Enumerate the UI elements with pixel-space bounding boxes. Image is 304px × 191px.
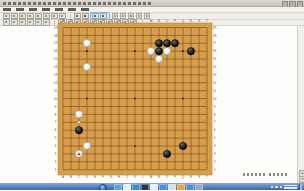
taskbar-app-icon-0[interactable] [114, 184, 122, 190]
black-stone-Q4 [179, 142, 186, 149]
coordinate-label: D [86, 19, 89, 23]
tray-icon-2[interactable] [271, 186, 274, 189]
coordinate-label: N [158, 19, 161, 23]
star-point [182, 50, 184, 52]
star-point [134, 98, 136, 100]
coordinate-label: 6 [214, 128, 216, 132]
coordinate-label: L [142, 19, 144, 23]
coordinate-label: 17 [213, 41, 217, 45]
black-stone-C6 [75, 127, 82, 134]
coordinate-label: 12 [54, 81, 58, 85]
white-stone-D4 [83, 142, 90, 149]
coordinate-label: E [94, 19, 96, 23]
star-point [182, 98, 184, 100]
coordinate-label: H [118, 19, 121, 23]
coordinate-label: 19 [213, 26, 217, 30]
taskbar-app-icon-4[interactable] [150, 184, 158, 190]
coordinate-label: 7 [214, 120, 216, 124]
menu-item-6[interactable] [81, 8, 89, 11]
coordinate-label: G [110, 175, 113, 179]
coordinate-label: 13 [213, 73, 217, 77]
coordinate-label: M [150, 175, 153, 179]
white-stone-M16 [147, 48, 154, 55]
menu-item-1[interactable] [16, 8, 24, 11]
status-text-left [243, 173, 265, 176]
star-point [86, 50, 88, 52]
coordinate-label: T [206, 19, 208, 23]
coordinate-label: 9 [214, 105, 216, 109]
coordinate-label: B [70, 19, 72, 23]
menu-item-4[interactable] [55, 8, 63, 11]
coordinate-label: E [94, 175, 96, 179]
coordinate-label: O [166, 175, 169, 179]
coordinate-label: J [126, 175, 128, 179]
scroll-down-icon[interactable]: ▼ [299, 176, 304, 183]
coordinate-label: S [198, 175, 200, 179]
black-stone-P17 [171, 40, 178, 47]
coordinate-label: D [86, 175, 89, 179]
black-stone-N16 [155, 48, 162, 55]
black-stone-O17 [163, 40, 170, 47]
star-point [134, 50, 136, 52]
coordinate-label: O [166, 19, 169, 23]
coordinate-label: 7 [55, 120, 57, 124]
coordinate-label: 2 [55, 160, 57, 164]
coordinate-label: 8 [55, 113, 57, 117]
coordinate-label: J [126, 19, 128, 23]
toolbar2-icon-2[interactable] [19, 19, 26, 26]
coordinate-label: Q [182, 19, 185, 23]
menu-item-5[interactable] [68, 8, 76, 11]
toolbar-separator [70, 14, 71, 19]
coordinate-label: Q [182, 175, 185, 179]
side-panel-scrollbar[interactable]: ▲ ▼ [297, 26, 304, 183]
coordinate-label: 2 [214, 160, 216, 164]
go-board[interactable]: AA1919BB1818CC1717DD1616EE1515FF1414GG13… [53, 19, 217, 179]
black-stone-O3 [163, 150, 170, 157]
coordinate-label: 18 [213, 34, 217, 38]
coordinate-label: 14 [213, 65, 217, 69]
white-stone-N15 [155, 55, 162, 62]
coordinate-label: 4 [55, 144, 57, 148]
status-text-right [269, 173, 289, 176]
coordinate-label: A [62, 175, 65, 179]
show-desktop-button[interactable] [299, 184, 302, 190]
title-bar [0, 0, 304, 7]
coordinate-label: P [174, 19, 176, 23]
taskbar-app-icon-7[interactable] [177, 184, 185, 190]
coordinate-label: G [110, 19, 113, 23]
coordinate-label: 1 [55, 168, 57, 172]
coordinate-label: A [62, 19, 65, 23]
coordinate-label: 12 [213, 81, 217, 85]
taskbar-app-icon-6[interactable] [168, 184, 176, 190]
taskbar-app-icon-1[interactable] [123, 184, 131, 190]
coordinate-label: N [158, 175, 161, 179]
toolbar2-icon-0[interactable] [3, 19, 10, 26]
coordinate-label: 15 [54, 57, 58, 61]
star-point [86, 98, 88, 100]
coordinate-label: 15 [213, 57, 217, 61]
coordinate-label: P [174, 175, 176, 179]
star-point [134, 145, 136, 147]
coordinate-label: K [134, 175, 137, 179]
menu-item-0[interactable] [3, 8, 11, 11]
coordinate-label: 10 [54, 97, 58, 101]
coordinate-label: F [102, 19, 104, 23]
taskbar-app-icon-9[interactable] [195, 184, 203, 190]
taskbar [0, 183, 304, 190]
annotation-dot-marker [78, 121, 81, 124]
tray-icon-0[interactable] [280, 186, 283, 189]
coordinate-label: S [198, 19, 200, 23]
toolbar2-icon-3[interactable] [27, 19, 34, 26]
coordinate-label: C [78, 175, 81, 179]
window-title-text [3, 2, 153, 5]
coordinate-label: 16 [54, 49, 58, 53]
taskbar-clock[interactable] [284, 185, 297, 189]
black-stone-N17 [155, 40, 162, 47]
coordinate-label: 13 [54, 73, 58, 77]
toolbar2-icon-5[interactable] [43, 19, 50, 26]
white-stone-O16 [163, 48, 170, 55]
coordinate-label: 3 [214, 152, 216, 156]
taskbar-app-icon-8[interactable] [186, 184, 194, 190]
coordinate-label: C [78, 19, 81, 23]
coordinate-label: R [190, 175, 193, 179]
black-stone-R16 [187, 48, 194, 55]
coordinate-label: 5 [55, 136, 57, 140]
toolbar2-icon-4[interactable] [35, 19, 42, 26]
coordinate-label: 1 [214, 168, 216, 172]
coordinate-label: 14 [54, 65, 58, 69]
coordinate-label: B [70, 175, 72, 179]
taskbar-app-icon-3[interactable] [141, 184, 149, 190]
coordinate-label: 3 [55, 152, 57, 156]
coordinate-label: 9 [55, 105, 57, 109]
board-canvas: AA1919BB1818CC1717DD1616EE1515FF1414GG13… [0, 26, 304, 183]
coordinate-label: 11 [213, 89, 217, 93]
coordinate-label: L [142, 175, 144, 179]
coordinate-label: 19 [54, 26, 58, 30]
start-button[interactable] [99, 184, 107, 191]
coordinate-label: 16 [213, 49, 217, 53]
coordinate-label: T [206, 175, 208, 179]
coordinate-label: 17 [54, 41, 58, 45]
tray-icon-1[interactable] [275, 186, 278, 189]
menu-item-2[interactable] [29, 8, 37, 11]
taskbar-app-icon-2[interactable] [132, 184, 140, 190]
white-stone-D14 [83, 63, 90, 70]
coordinate-label: 11 [54, 89, 58, 93]
coordinate-label: R [190, 19, 193, 23]
coordinate-label: 10 [213, 97, 217, 101]
coordinate-label: 4 [214, 144, 216, 148]
coordinate-label: 6 [55, 128, 57, 132]
white-stone-D17 [83, 40, 90, 47]
toolbar2-icon-1[interactable] [11, 19, 18, 26]
coordinate-label: 5 [214, 136, 216, 140]
coordinate-label: 8 [214, 113, 216, 117]
white-stone-C8 [75, 111, 82, 118]
taskbar-app-icon-5[interactable] [159, 184, 167, 190]
coordinate-label: F [102, 175, 104, 179]
coordinate-label: H [118, 175, 121, 179]
coordinate-label: M [150, 19, 153, 23]
system-tray [271, 184, 303, 190]
coordinate-label: 18 [54, 34, 58, 38]
coordinate-label: K [134, 19, 137, 23]
menu-item-3[interactable] [42, 8, 50, 11]
